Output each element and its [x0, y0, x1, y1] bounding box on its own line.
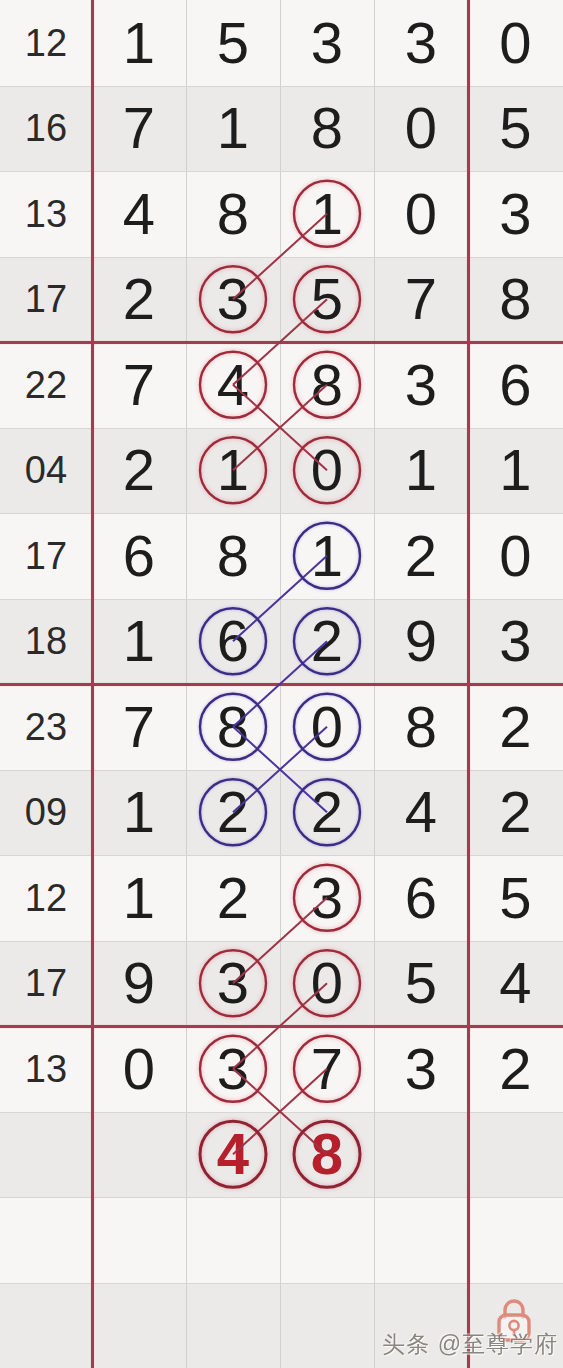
- digit-cell: 3: [374, 1026, 468, 1112]
- digit-cell: 8: [280, 86, 374, 172]
- digit-cell: 1: [92, 0, 186, 86]
- digit-cell: 2: [186, 855, 280, 941]
- digit-cell: 0: [280, 941, 374, 1027]
- digit-cell: 2: [92, 257, 186, 343]
- digit-cell: 8: [468, 257, 563, 343]
- digit-cell: 7: [92, 86, 186, 172]
- digit-cell: 3: [280, 0, 374, 86]
- digit-cell: 1: [186, 428, 280, 514]
- digit-cell: 8: [280, 342, 374, 428]
- digit-cell: 1: [374, 428, 468, 514]
- digit-cell: 1: [280, 513, 374, 599]
- digit-cell: 4: [186, 342, 280, 428]
- lottery-trend-chart: 1215330167180513481031723578227483604210…: [0, 0, 563, 1368]
- digit-cell: 0: [280, 684, 374, 770]
- digit-cell: 6: [92, 513, 186, 599]
- digit-cell: 2: [468, 770, 563, 856]
- digit-cell: 0: [468, 0, 563, 86]
- row-label: 12: [0, 855, 92, 941]
- digit-cell: 5: [280, 257, 374, 343]
- digit-cell: 3: [468, 599, 563, 685]
- digit-cell: 8: [186, 513, 280, 599]
- row-label: 13: [0, 1026, 92, 1112]
- digit-cell: 2: [468, 1026, 563, 1112]
- row-label: 17: [0, 941, 92, 1027]
- digit-cell: 5: [468, 855, 563, 941]
- row-label: 23: [0, 684, 92, 770]
- row-label: 13: [0, 171, 92, 257]
- watermark: 头条 @至尊学府: [382, 1329, 558, 1360]
- row-label: 12: [0, 0, 92, 86]
- digit-cell: 3: [186, 257, 280, 343]
- row-label: 17: [0, 513, 92, 599]
- digit-cell: 7: [374, 257, 468, 343]
- digit-cell: 8: [186, 684, 280, 770]
- digit-cell: 6: [468, 342, 563, 428]
- digit-cell: 3: [374, 342, 468, 428]
- digit-cell: 4: [374, 770, 468, 856]
- digit-cell: 7: [280, 1026, 374, 1112]
- digit-cell: 5: [186, 0, 280, 86]
- digit-cell: 0: [280, 428, 374, 514]
- digit-cell: 7: [92, 684, 186, 770]
- digit-cell: 0: [374, 171, 468, 257]
- digit-cell: 0: [468, 513, 563, 599]
- row-label: 17: [0, 257, 92, 343]
- digit-cell: 4: [186, 1112, 280, 1198]
- row-label: 18: [0, 599, 92, 685]
- row-divider: [0, 1283, 563, 1284]
- row-divider: [0, 1197, 563, 1198]
- digit-cell: 6: [374, 855, 468, 941]
- digit-cell: 8: [374, 684, 468, 770]
- digit-cell: 3: [374, 0, 468, 86]
- digit-cell: 7: [92, 342, 186, 428]
- digit-cell: 3: [186, 941, 280, 1027]
- digit-cell: 2: [468, 684, 563, 770]
- digit-cell: 9: [374, 599, 468, 685]
- row-label: 04: [0, 428, 92, 514]
- digit-cell: 1: [92, 855, 186, 941]
- digit-cell: 1: [92, 770, 186, 856]
- row-label: 16: [0, 86, 92, 172]
- digit-cell: 2: [374, 513, 468, 599]
- digit-cell: 8: [280, 1112, 374, 1198]
- digit-cell: 2: [280, 599, 374, 685]
- digit-cell: 2: [92, 428, 186, 514]
- digit-cell: 3: [186, 1026, 280, 1112]
- digit-cell: 4: [468, 941, 563, 1027]
- row-stripe: [0, 1197, 563, 1283]
- digit-cell: 1: [280, 171, 374, 257]
- digit-cell: 1: [92, 599, 186, 685]
- digit-cell: 0: [92, 1026, 186, 1112]
- digit-cell: 3: [280, 855, 374, 941]
- row-label: 22: [0, 342, 92, 428]
- digit-cell: 4: [92, 171, 186, 257]
- digit-cell: 2: [280, 770, 374, 856]
- digit-cell: 2: [186, 770, 280, 856]
- digit-cell: 5: [374, 941, 468, 1027]
- digit-cell: 0: [374, 86, 468, 172]
- digit-cell: 3: [468, 171, 563, 257]
- row-label: 09: [0, 770, 92, 856]
- digit-cell: 1: [186, 86, 280, 172]
- digit-cell: 1: [468, 428, 563, 514]
- digit-cell: 8: [186, 171, 280, 257]
- digit-cell: 6: [186, 599, 280, 685]
- digit-cell: 9: [92, 941, 186, 1027]
- digit-cell: 5: [468, 86, 563, 172]
